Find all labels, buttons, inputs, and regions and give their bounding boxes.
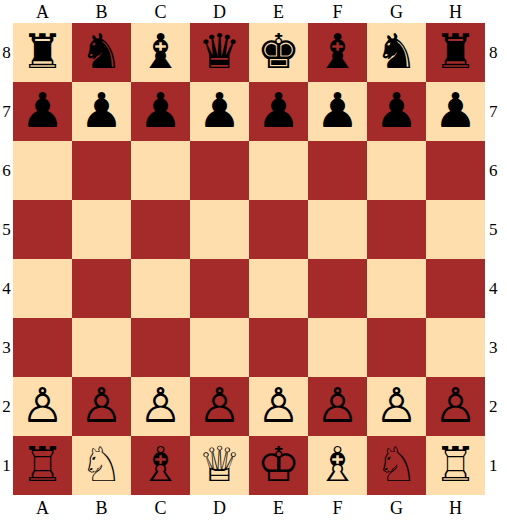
piece-white-pawn[interactable]: ♙ (21, 377, 64, 435)
square-b5[interactable] (72, 200, 131, 259)
file-label-d-top: D (190, 0, 249, 23)
square-g6[interactable] (367, 141, 426, 200)
rank-label-7-right: 7 (485, 82, 507, 141)
rank-label-7-left: 7 (0, 82, 13, 141)
square-a2[interactable]: ♙ (13, 377, 72, 436)
piece-white-king[interactable]: ♔ (257, 436, 300, 494)
piece-white-pawn[interactable]: ♙ (434, 377, 477, 435)
square-a5[interactable] (13, 200, 72, 259)
piece-white-knight[interactable]: ♘ (80, 436, 123, 494)
rank-labels-right: 87654321 (485, 23, 507, 495)
square-b4[interactable] (72, 259, 131, 318)
square-b7[interactable]: ♟ (72, 82, 131, 141)
piece-white-pawn[interactable]: ♙ (316, 377, 359, 435)
piece-white-pawn[interactable]: ♙ (139, 377, 182, 435)
piece-black-bishop[interactable]: ♝ (139, 23, 182, 81)
piece-white-pawn[interactable]: ♙ (80, 377, 123, 435)
piece-white-bishop[interactable]: ♗ (139, 436, 182, 494)
square-b1[interactable]: ♘ (72, 436, 131, 495)
file-label-h-top: H (426, 0, 485, 23)
file-labels-top: ABCDEFGH (13, 0, 485, 23)
rank-label-6-right: 6 (485, 141, 507, 200)
piece-black-pawn[interactable]: ♟ (139, 82, 182, 140)
piece-white-knight[interactable]: ♘ (375, 436, 418, 494)
piece-white-rook[interactable]: ♖ (434, 436, 477, 494)
rank-label-8-right: 8 (485, 23, 507, 82)
rank-label-2-left: 2 (0, 377, 13, 436)
file-label-g-bottom: G (367, 495, 426, 524)
square-a4[interactable] (13, 259, 72, 318)
square-c7[interactable]: ♟ (131, 82, 190, 141)
file-label-a-top: A (13, 0, 72, 23)
square-d1[interactable]: ♕ (190, 436, 249, 495)
piece-black-knight[interactable]: ♞ (80, 23, 123, 81)
chess-board: ♜♞♝♛♚♝♞♜♟♟♟♟♟♟♟♟♙♙♙♙♙♙♙♙♖♘♗♕♔♗♘♖ (13, 23, 485, 495)
square-c4[interactable] (131, 259, 190, 318)
square-h5[interactable] (426, 200, 485, 259)
file-label-c-bottom: C (131, 495, 190, 524)
square-g2[interactable]: ♙ (367, 377, 426, 436)
square-a7[interactable]: ♟ (13, 82, 72, 141)
square-c8[interactable]: ♝ (131, 23, 190, 82)
square-g8[interactable]: ♞ (367, 23, 426, 82)
rank-label-5-right: 5 (485, 200, 507, 259)
piece-black-knight[interactable]: ♞ (375, 23, 418, 81)
file-label-f-bottom: F (308, 495, 367, 524)
square-c2[interactable]: ♙ (131, 377, 190, 436)
square-e3[interactable] (249, 318, 308, 377)
square-a1[interactable]: ♖ (13, 436, 72, 495)
square-e1[interactable]: ♔ (249, 436, 308, 495)
square-a8[interactable]: ♜ (13, 23, 72, 82)
square-e6[interactable] (249, 141, 308, 200)
square-d2[interactable]: ♙ (190, 377, 249, 436)
square-g1[interactable]: ♘ (367, 436, 426, 495)
square-e5[interactable] (249, 200, 308, 259)
piece-black-pawn[interactable]: ♟ (257, 82, 300, 140)
square-h4[interactable] (426, 259, 485, 318)
square-h1[interactable]: ♖ (426, 436, 485, 495)
square-h8[interactable]: ♜ (426, 23, 485, 82)
square-c5[interactable] (131, 200, 190, 259)
square-c1[interactable]: ♗ (131, 436, 190, 495)
square-f4[interactable] (308, 259, 367, 318)
rank-labels-left: 87654321 (0, 23, 13, 495)
piece-black-bishop[interactable]: ♝ (316, 23, 359, 81)
file-label-d-bottom: D (190, 495, 249, 524)
piece-black-rook[interactable]: ♜ (21, 23, 64, 81)
file-labels-bottom: ABCDEFGH (13, 495, 485, 524)
square-f2[interactable]: ♙ (308, 377, 367, 436)
square-b6[interactable] (72, 141, 131, 200)
square-f7[interactable]: ♟ (308, 82, 367, 141)
square-b8[interactable]: ♞ (72, 23, 131, 82)
piece-black-pawn[interactable]: ♟ (198, 82, 241, 140)
file-label-e-top: E (249, 0, 308, 23)
square-f1[interactable]: ♗ (308, 436, 367, 495)
square-d6[interactable] (190, 141, 249, 200)
square-e2[interactable]: ♙ (249, 377, 308, 436)
square-a3[interactable] (13, 318, 72, 377)
square-e8[interactable]: ♚ (249, 23, 308, 82)
file-label-b-top: B (72, 0, 131, 23)
piece-black-pawn[interactable]: ♟ (21, 82, 64, 140)
square-d3[interactable] (190, 318, 249, 377)
piece-black-queen[interactable]: ♛ (198, 23, 241, 81)
square-d8[interactable]: ♛ (190, 23, 249, 82)
square-b2[interactable]: ♙ (72, 377, 131, 436)
square-h2[interactable]: ♙ (426, 377, 485, 436)
square-g3[interactable] (367, 318, 426, 377)
rank-label-6-left: 6 (0, 141, 13, 200)
piece-black-pawn[interactable]: ♟ (80, 82, 123, 140)
square-a6[interactable] (13, 141, 72, 200)
file-label-b-bottom: B (72, 495, 131, 524)
square-d7[interactable]: ♟ (190, 82, 249, 141)
chess-diagram: ABCDEFGH 87654321 ♜♞♝♛♚♝♞♜♟♟♟♟♟♟♟♟♙♙♙♙♙♙… (0, 0, 507, 524)
piece-white-pawn[interactable]: ♙ (257, 377, 300, 435)
rank-label-1-left: 1 (0, 436, 13, 495)
square-g7[interactable]: ♟ (367, 82, 426, 141)
piece-white-bishop[interactable]: ♗ (316, 436, 359, 494)
square-e7[interactable]: ♟ (249, 82, 308, 141)
square-h7[interactable]: ♟ (426, 82, 485, 141)
rank-label-5-left: 5 (0, 200, 13, 259)
rank-label-3-left: 3 (0, 318, 13, 377)
rank-label-4-left: 4 (0, 259, 13, 318)
file-label-f-top: F (308, 0, 367, 23)
file-label-h-bottom: H (426, 495, 485, 524)
file-label-c-top: C (131, 0, 190, 23)
piece-black-pawn[interactable]: ♟ (375, 82, 418, 140)
piece-black-rook[interactable]: ♜ (434, 23, 477, 81)
piece-black-pawn[interactable]: ♟ (434, 82, 477, 140)
square-b3[interactable] (72, 318, 131, 377)
square-f3[interactable] (308, 318, 367, 377)
file-label-a-bottom: A (13, 495, 72, 524)
rank-label-8-left: 8 (0, 23, 13, 82)
square-h3[interactable] (426, 318, 485, 377)
square-d5[interactable] (190, 200, 249, 259)
square-h6[interactable] (426, 141, 485, 200)
piece-black-pawn[interactable]: ♟ (316, 82, 359, 140)
rank-label-4-right: 4 (485, 259, 507, 318)
file-label-g-top: G (367, 0, 426, 23)
piece-white-pawn[interactable]: ♙ (375, 377, 418, 435)
piece-black-king[interactable]: ♚ (257, 23, 300, 81)
piece-white-pawn[interactable]: ♙ (198, 377, 241, 435)
square-e4[interactable] (249, 259, 308, 318)
file-label-e-bottom: E (249, 495, 308, 524)
piece-white-queen[interactable]: ♕ (198, 436, 241, 494)
rank-label-3-right: 3 (485, 318, 507, 377)
square-g5[interactable] (367, 200, 426, 259)
square-d4[interactable] (190, 259, 249, 318)
square-f5[interactable] (308, 200, 367, 259)
square-f6[interactable] (308, 141, 367, 200)
rank-label-1-right: 1 (485, 436, 507, 495)
square-c3[interactable] (131, 318, 190, 377)
square-g4[interactable] (367, 259, 426, 318)
rank-label-2-right: 2 (485, 377, 507, 436)
square-c6[interactable] (131, 141, 190, 200)
square-f8[interactable]: ♝ (308, 23, 367, 82)
piece-white-rook[interactable]: ♖ (21, 436, 64, 494)
